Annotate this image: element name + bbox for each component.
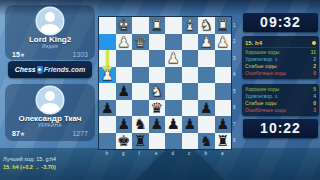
last-move-label: 15. h4 <box>245 40 262 46</box>
file-label-a: a <box>221 151 224 156</box>
piece-black-pawn-h6[interactable]: ♟ <box>99 100 116 117</box>
piece-white-bishop-c1[interactable]: ♝ <box>182 17 199 34</box>
piece-black-knight-f7[interactable]: ♞ <box>132 116 149 133</box>
square-f1[interactable] <box>132 17 149 34</box>
rank-label-1: 1 <box>233 23 236 28</box>
square-c4[interactable] <box>182 67 199 84</box>
player-name[interactable]: Lord King2 <box>5 35 95 44</box>
avatar-body-icon <box>40 24 60 34</box>
piece-white-knight-e5[interactable]: ♞ <box>149 83 166 100</box>
square-e8[interactable] <box>149 133 166 150</box>
stat-row-errors: Ошибочные ходы3 <box>245 107 316 114</box>
star-icon: ★ <box>20 131 25 137</box>
square-d6[interactable] <box>165 100 182 117</box>
piece-white-queen-f2[interactable]: ♛ <box>132 34 149 51</box>
file-label-c: c <box>188 151 190 156</box>
square-b7[interactable] <box>198 116 215 133</box>
piece-white-rook-a1[interactable]: ♜ <box>215 17 232 34</box>
piece-white-knight-b1[interactable]: ♞ <box>198 17 215 34</box>
piece-black-pawn-c7[interactable]: ♟ <box>182 116 199 133</box>
stat-row-good: Хорошие ходы11 <box>245 49 316 56</box>
piece-black-rook-a8[interactable]: ♜ <box>215 133 232 150</box>
stat-row-errors: Ошибочные ходы0 <box>245 70 316 77</box>
piece-white-pawn-d3[interactable]: ♟ <box>165 50 182 67</box>
file-label-f: f <box>139 151 140 156</box>
stat-row-satisfactory: Удовлетвор. х.4 <box>245 93 316 100</box>
square-h7[interactable] <box>99 116 116 133</box>
square-b3[interactable] <box>198 50 215 67</box>
square-d5[interactable] <box>165 83 182 100</box>
piece-black-queen-e6[interactable]: ♛ <box>149 100 166 117</box>
file-label-d: d <box>172 151 175 156</box>
player-panel-white: Lord King2 Индия 15★ 1303 <box>5 5 95 60</box>
piece-black-pawn-b6[interactable]: ♟ <box>198 100 215 117</box>
square-d4[interactable] <box>165 67 182 84</box>
square-g3[interactable] <box>116 50 133 67</box>
square-h1[interactable] <box>99 17 116 34</box>
clock-black: 10:22 <box>243 119 318 138</box>
square-a4[interactable] <box>215 67 232 84</box>
player-stars: 15★ <box>12 51 25 58</box>
square-g4[interactable] <box>116 67 133 84</box>
square-c3[interactable] <box>182 50 199 67</box>
star-icon: ★ <box>20 52 25 58</box>
piece-black-pawn-e7[interactable]: ♟ <box>149 116 166 133</box>
piece-black-pawn-g7[interactable]: ♟ <box>116 116 133 133</box>
rank-label-2: 2 <box>233 39 236 44</box>
rank-label-5: 5 <box>233 89 236 94</box>
square-e2[interactable] <box>149 34 166 51</box>
square-d8[interactable] <box>165 133 182 150</box>
piece-black-pawn-a7[interactable]: ♟ <box>215 116 232 133</box>
rank-label-4: 4 <box>233 72 236 77</box>
square-d2[interactable] <box>165 34 182 51</box>
square-e4[interactable] <box>149 67 166 84</box>
move-stats-black: Хорошие ходы5 Удовлетвор. х.4 Слабые ход… <box>242 84 319 116</box>
clock-white: 09:32 <box>243 13 318 32</box>
square-c2[interactable] <box>182 34 199 51</box>
player-name[interactable]: Олександр Ткач <box>5 114 95 123</box>
square-d1[interactable] <box>165 17 182 34</box>
square-f3[interactable] <box>132 50 149 67</box>
piece-white-pawn-h4[interactable]: ♟ <box>99 67 116 84</box>
piece-black-pawn-d7[interactable]: ♟ <box>165 116 182 133</box>
stat-row-good: Хорошие ходы5 <box>245 86 316 93</box>
square-c6[interactable] <box>182 100 199 117</box>
piece-white-pawn-g2[interactable]: ♟ <box>116 34 133 51</box>
piece-white-rook-e1[interactable]: ♜ <box>149 17 166 34</box>
file-label-h: h <box>106 151 109 156</box>
rank-label-8: 8 <box>233 138 236 143</box>
square-b5[interactable] <box>198 83 215 100</box>
piece-white-pawn-a2[interactable]: ♟ <box>215 34 232 51</box>
shield-icon <box>37 66 43 74</box>
stat-row-satisfactory: Удовлетвор. х.2 <box>245 56 316 63</box>
square-g6[interactable] <box>116 100 133 117</box>
player-rating: 1303 <box>72 51 88 58</box>
square-c5[interactable] <box>182 83 199 100</box>
logo-text-friends: Friends.com <box>44 66 86 73</box>
piece-black-knight-b8[interactable]: ♞ <box>198 133 215 150</box>
rank-label-3: 3 <box>233 56 236 61</box>
chessfriends-logo[interactable]: Chess Friends.com <box>8 61 92 78</box>
square-a6[interactable] <box>215 100 232 117</box>
file-label-g: g <box>122 151 125 156</box>
piece-white-pawn-b2[interactable]: ♟ <box>198 34 215 51</box>
avatar-head-icon <box>45 91 55 101</box>
last-move-row: 15. h4 <box>245 38 316 48</box>
square-a5[interactable] <box>215 83 232 100</box>
piece-black-rook-f8[interactable]: ♜ <box>132 133 149 150</box>
square-f5[interactable] <box>132 83 149 100</box>
player-rating: 1277 <box>72 130 88 137</box>
best-move-text: Лучший ход: 15. g:h4 <box>3 155 99 163</box>
square-a3[interactable] <box>215 50 232 67</box>
player-panel-black: Олександр Ткач УКРАИНА 87★ 1277 <box>5 84 95 141</box>
move-stats-white: 15. h4 Хорошие ходы11 Удовлетвор. х.2 Сл… <box>242 36 319 79</box>
square-h5[interactable] <box>99 83 116 100</box>
square-h2[interactable] <box>99 34 116 51</box>
chessfriends-game-screen: Lord King2 Индия 15★ 1303 Chess Friends.… <box>0 0 320 180</box>
piece-black-king-g8[interactable]: ♚ <box>116 133 133 150</box>
move-quality-dot-icon <box>312 41 316 45</box>
stat-row-weak: Слабые ходы0 <box>245 100 316 107</box>
rank-label-7: 7 <box>233 122 236 127</box>
stat-row-weak: Слабые ходы2 <box>245 63 316 70</box>
logo-text-chess: Chess <box>15 66 36 73</box>
square-f6[interactable] <box>132 100 149 117</box>
square-e3[interactable] <box>149 50 166 67</box>
square-h8[interactable] <box>99 133 116 150</box>
avatar-body-icon <box>40 103 60 113</box>
rank-label-6: 6 <box>233 105 236 110</box>
file-label-e: e <box>155 151 158 156</box>
piece-white-king-g1[interactable]: ♚ <box>116 17 133 34</box>
analysis-hint: Лучший ход: 15. g:h4 15. h4 (+0.2 → -3.7… <box>3 155 99 171</box>
square-c8[interactable] <box>182 133 199 150</box>
player-stars: 87★ <box>12 130 25 137</box>
eval-text: 15. h4 (+0.2 → -3.70) <box>3 163 99 171</box>
avatar-head-icon <box>45 12 55 22</box>
file-label-b: b <box>205 151 208 156</box>
piece-black-pawn-g5[interactable]: ♟ <box>116 83 133 100</box>
square-f4[interactable] <box>132 67 149 84</box>
avatar[interactable] <box>37 87 63 113</box>
avatar[interactable] <box>37 8 63 34</box>
square-b4[interactable] <box>198 67 215 84</box>
